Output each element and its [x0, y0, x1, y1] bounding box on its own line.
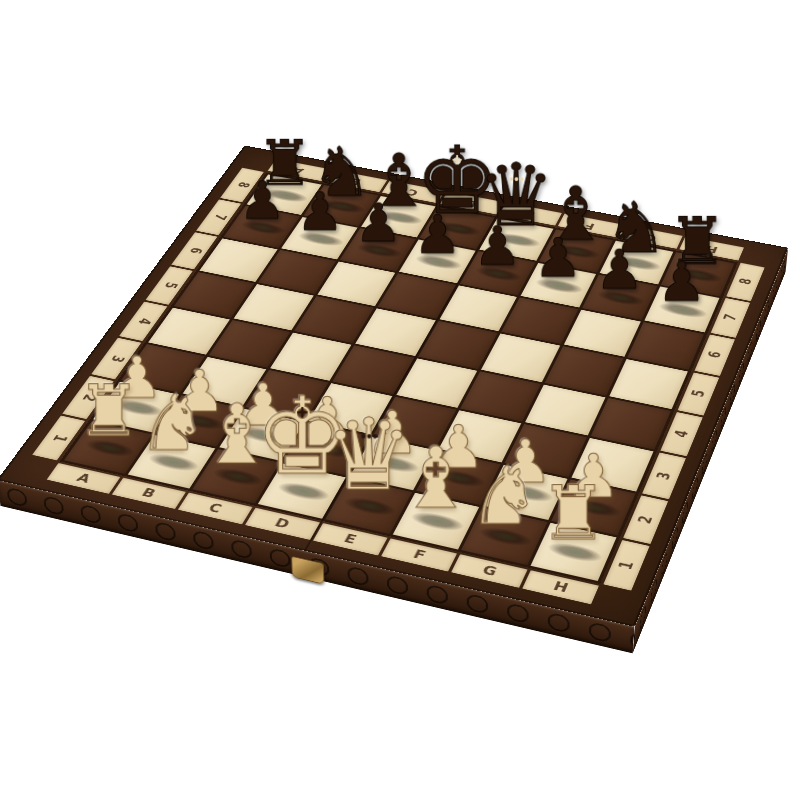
- white-rook-glyph: ♜: [540, 477, 607, 552]
- chess-board: ABCDEFGH ABCDEFGH 87654321 87654321 ♜♞♝♚…: [0, 145, 788, 626]
- black-pawn-glyph: ♟: [658, 255, 707, 310]
- brass-clasp: [291, 556, 324, 585]
- product-photo-scene: ABCDEFGH ABCDEFGH 87654321 87654321 ♜♞♝♚…: [0, 0, 800, 800]
